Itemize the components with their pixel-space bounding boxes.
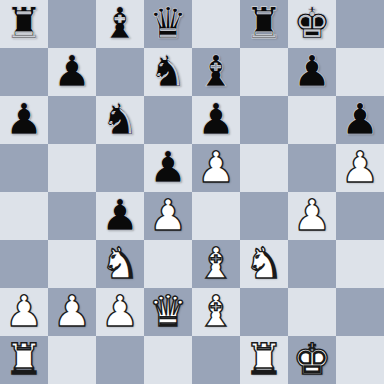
square-c3[interactable]: ♞	[96, 240, 144, 288]
square-a2[interactable]: ♟	[0, 288, 48, 336]
square-d4[interactable]: ♟	[144, 192, 192, 240]
square-h6[interactable]: ♟	[336, 96, 384, 144]
square-d1[interactable]	[144, 336, 192, 384]
piece-black-knight[interactable]: ♞	[149, 47, 188, 95]
square-b8[interactable]	[48, 0, 96, 48]
square-h1[interactable]	[336, 336, 384, 384]
square-d6[interactable]	[144, 96, 192, 144]
square-a8[interactable]: ♜	[0, 0, 48, 48]
square-c6[interactable]: ♞	[96, 96, 144, 144]
piece-white-rook[interactable]: ♜	[245, 335, 284, 383]
piece-white-knight[interactable]: ♞	[245, 239, 284, 287]
square-h4[interactable]	[336, 192, 384, 240]
piece-black-pawn[interactable]: ♟	[197, 95, 236, 143]
square-d7[interactable]: ♞	[144, 48, 192, 96]
piece-white-bishop[interactable]: ♝	[197, 239, 236, 287]
square-c4[interactable]: ♟	[96, 192, 144, 240]
piece-black-bishop[interactable]: ♝	[101, 0, 140, 47]
piece-black-pawn[interactable]: ♟	[341, 95, 380, 143]
square-a6[interactable]: ♟	[0, 96, 48, 144]
square-g6[interactable]	[288, 96, 336, 144]
square-e6[interactable]: ♟	[192, 96, 240, 144]
square-g7[interactable]: ♟	[288, 48, 336, 96]
square-c8[interactable]: ♝	[96, 0, 144, 48]
square-h2[interactable]	[336, 288, 384, 336]
square-d2[interactable]: ♛	[144, 288, 192, 336]
square-b1[interactable]	[48, 336, 96, 384]
square-f1[interactable]: ♜	[240, 336, 288, 384]
square-g1[interactable]: ♚	[288, 336, 336, 384]
piece-white-queen[interactable]: ♛	[149, 287, 188, 335]
piece-white-pawn[interactable]: ♟	[101, 287, 140, 335]
square-f6[interactable]	[240, 96, 288, 144]
square-h5[interactable]: ♟	[336, 144, 384, 192]
piece-black-pawn[interactable]: ♟	[293, 47, 332, 95]
square-a4[interactable]	[0, 192, 48, 240]
square-f7[interactable]	[240, 48, 288, 96]
square-a3[interactable]	[0, 240, 48, 288]
piece-black-bishop[interactable]: ♝	[197, 47, 236, 95]
square-b6[interactable]	[48, 96, 96, 144]
square-e1[interactable]	[192, 336, 240, 384]
piece-white-pawn[interactable]: ♟	[53, 287, 92, 335]
square-g5[interactable]	[288, 144, 336, 192]
square-g3[interactable]	[288, 240, 336, 288]
piece-white-pawn[interactable]: ♟	[149, 191, 188, 239]
piece-white-king[interactable]: ♚	[293, 335, 332, 383]
square-h7[interactable]	[336, 48, 384, 96]
square-g4[interactable]: ♟	[288, 192, 336, 240]
piece-black-rook[interactable]: ♜	[245, 0, 284, 47]
square-c7[interactable]	[96, 48, 144, 96]
piece-white-knight[interactable]: ♞	[101, 239, 140, 287]
square-b3[interactable]	[48, 240, 96, 288]
square-e8[interactable]	[192, 0, 240, 48]
square-a5[interactable]	[0, 144, 48, 192]
piece-black-king[interactable]: ♚	[293, 0, 332, 47]
square-e2[interactable]: ♝	[192, 288, 240, 336]
piece-black-pawn[interactable]: ♟	[53, 47, 92, 95]
piece-white-bishop[interactable]: ♝	[197, 287, 236, 335]
square-d5[interactable]: ♟	[144, 144, 192, 192]
piece-white-pawn[interactable]: ♟	[341, 143, 380, 191]
piece-black-rook[interactable]: ♜	[5, 0, 44, 47]
square-f3[interactable]: ♞	[240, 240, 288, 288]
square-e5[interactable]: ♟	[192, 144, 240, 192]
square-c1[interactable]	[96, 336, 144, 384]
piece-black-pawn[interactable]: ♟	[149, 143, 188, 191]
square-h3[interactable]	[336, 240, 384, 288]
piece-white-pawn[interactable]: ♟	[293, 191, 332, 239]
square-c2[interactable]: ♟	[96, 288, 144, 336]
square-b4[interactable]	[48, 192, 96, 240]
square-a7[interactable]	[0, 48, 48, 96]
piece-black-pawn[interactable]: ♟	[5, 95, 44, 143]
square-f8[interactable]: ♜	[240, 0, 288, 48]
piece-white-rook[interactable]: ♜	[5, 335, 44, 383]
square-f2[interactable]	[240, 288, 288, 336]
square-g8[interactable]: ♚	[288, 0, 336, 48]
square-e3[interactable]: ♝	[192, 240, 240, 288]
square-e7[interactable]: ♝	[192, 48, 240, 96]
piece-white-pawn[interactable]: ♟	[5, 287, 44, 335]
square-b7[interactable]: ♟	[48, 48, 96, 96]
square-g2[interactable]	[288, 288, 336, 336]
square-a1[interactable]: ♜	[0, 336, 48, 384]
square-b2[interactable]: ♟	[48, 288, 96, 336]
square-f4[interactable]	[240, 192, 288, 240]
square-c5[interactable]	[96, 144, 144, 192]
piece-black-knight[interactable]: ♞	[101, 95, 140, 143]
piece-black-queen[interactable]: ♛	[149, 0, 188, 47]
square-h8[interactable]	[336, 0, 384, 48]
chess-board: ♜♝♛♜♚♟♞♝♟♟♞♟♟♟♟♟♟♟♟♞♝♞♟♟♟♛♝♜♜♚	[0, 0, 384, 384]
piece-black-pawn[interactable]: ♟	[101, 191, 140, 239]
square-f5[interactable]	[240, 144, 288, 192]
square-b5[interactable]	[48, 144, 96, 192]
square-d3[interactable]	[144, 240, 192, 288]
square-d8[interactable]: ♛	[144, 0, 192, 48]
square-e4[interactable]	[192, 192, 240, 240]
piece-white-pawn[interactable]: ♟	[197, 143, 236, 191]
